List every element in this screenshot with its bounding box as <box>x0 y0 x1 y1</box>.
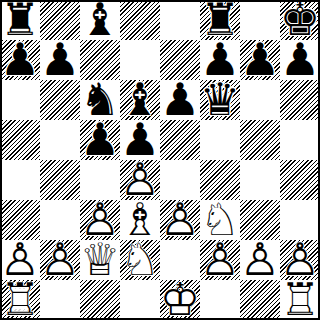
white-pawn[interactable]: ♟♙ <box>80 200 120 240</box>
square-b1[interactable] <box>40 280 80 320</box>
black-knight[interactable]: ♞ <box>80 80 120 120</box>
square-d7[interactable] <box>120 40 160 80</box>
square-c3[interactable]: ♟♙ <box>80 200 120 240</box>
black-pawn[interactable]: ♟ <box>280 40 320 80</box>
square-b2[interactable]: ♟♙ <box>40 240 80 280</box>
black-pawn-glyph: ♟ <box>120 117 160 162</box>
black-pawn[interactable]: ♟ <box>40 40 80 80</box>
black-king[interactable]: ♚ <box>280 0 320 40</box>
white-queen-fill: ♛ <box>80 237 120 282</box>
white-pawn-glyph: ♙ <box>40 237 80 282</box>
white-rook[interactable]: ♜♖ <box>280 280 320 320</box>
black-queen[interactable]: ♛ <box>200 80 240 120</box>
square-b6[interactable] <box>40 80 80 120</box>
square-g2[interactable]: ♟♙ <box>240 240 280 280</box>
black-bishop[interactable]: ♝ <box>120 80 160 120</box>
chess-diagram: ♜♝♜♚♟♟♟♟♟♞♝♟♛♟♟♟♙♟♙♝♗♟♙♞♘♟♙♟♙♛♕♞♘♟♙♟♙♟♙♜… <box>0 0 320 320</box>
square-c8[interactable]: ♝ <box>80 0 120 40</box>
white-pawn-glyph: ♙ <box>120 157 160 202</box>
white-pawn[interactable]: ♟♙ <box>40 240 80 280</box>
white-pawn-fill: ♟ <box>120 157 160 202</box>
white-pawn-fill: ♟ <box>240 237 280 282</box>
square-d6[interactable]: ♝ <box>120 80 160 120</box>
white-knight-fill: ♞ <box>200 197 240 242</box>
square-e5[interactable] <box>160 120 200 160</box>
square-b5[interactable] <box>40 120 80 160</box>
square-g8[interactable] <box>240 0 280 40</box>
black-queen-glyph: ♛ <box>200 77 240 122</box>
square-g4[interactable] <box>240 160 280 200</box>
square-d8[interactable] <box>120 0 160 40</box>
square-b4[interactable] <box>40 160 80 200</box>
black-pawn-glyph: ♟ <box>240 37 280 82</box>
black-pawn[interactable]: ♟ <box>80 120 120 160</box>
white-bishop-fill: ♝ <box>120 197 160 242</box>
square-e3[interactable]: ♟♙ <box>160 200 200 240</box>
white-pawn[interactable]: ♟♙ <box>280 240 320 280</box>
black-pawn-glyph: ♟ <box>280 37 320 82</box>
white-rook[interactable]: ♜♖ <box>0 280 40 320</box>
square-e8[interactable] <box>160 0 200 40</box>
square-b3[interactable] <box>40 200 80 240</box>
black-pawn-glyph: ♟ <box>0 37 40 82</box>
square-d1[interactable] <box>120 280 160 320</box>
white-rook-glyph: ♖ <box>0 277 40 320</box>
black-knight-glyph: ♞ <box>80 77 120 122</box>
white-knight-fill: ♞ <box>120 237 160 282</box>
black-bishop-glyph: ♝ <box>120 77 160 122</box>
white-knight[interactable]: ♞♘ <box>200 200 240 240</box>
black-pawn-glyph: ♟ <box>200 37 240 82</box>
square-b8[interactable] <box>40 0 80 40</box>
square-h4[interactable] <box>280 160 320 200</box>
square-e2[interactable] <box>160 240 200 280</box>
white-pawn[interactable]: ♟♙ <box>200 240 240 280</box>
square-g1[interactable] <box>240 280 280 320</box>
square-c7[interactable] <box>80 40 120 80</box>
square-d4[interactable]: ♟♙ <box>120 160 160 200</box>
square-h6[interactable] <box>280 80 320 120</box>
square-f5[interactable] <box>200 120 240 160</box>
square-e6[interactable]: ♟ <box>160 80 200 120</box>
black-bishop-glyph: ♝ <box>80 0 120 42</box>
square-c1[interactable] <box>80 280 120 320</box>
white-rook-glyph: ♖ <box>280 277 320 320</box>
white-pawn-fill: ♟ <box>200 237 240 282</box>
square-f7[interactable]: ♟ <box>200 40 240 80</box>
white-pawn-fill: ♟ <box>80 197 120 242</box>
white-pawn-glyph: ♙ <box>0 237 40 282</box>
white-knight-glyph: ♘ <box>120 237 160 282</box>
black-pawn-glyph: ♟ <box>160 77 200 122</box>
square-f1[interactable] <box>200 280 240 320</box>
square-f2[interactable]: ♟♙ <box>200 240 240 280</box>
black-pawn[interactable]: ♟ <box>120 120 160 160</box>
square-c6[interactable]: ♞ <box>80 80 120 120</box>
white-bishop[interactable]: ♝♗ <box>120 200 160 240</box>
square-h8[interactable]: ♚ <box>280 0 320 40</box>
black-pawn[interactable]: ♟ <box>200 40 240 80</box>
white-king[interactable]: ♚♔ <box>160 280 200 320</box>
square-f8[interactable]: ♜ <box>200 0 240 40</box>
square-h1[interactable]: ♜♖ <box>280 280 320 320</box>
black-rook[interactable]: ♜ <box>200 0 240 40</box>
white-pawn[interactable]: ♟♙ <box>120 160 160 200</box>
square-d5[interactable]: ♟ <box>120 120 160 160</box>
white-king-fill: ♚ <box>160 277 200 320</box>
black-rook-glyph: ♜ <box>200 0 240 42</box>
white-queen[interactable]: ♛♕ <box>80 240 120 280</box>
square-f4[interactable] <box>200 160 240 200</box>
square-d3[interactable]: ♝♗ <box>120 200 160 240</box>
square-h3[interactable] <box>280 200 320 240</box>
square-a5[interactable] <box>0 120 40 160</box>
white-queen-glyph: ♕ <box>80 237 120 282</box>
black-pawn-glyph: ♟ <box>40 37 80 82</box>
black-pawn[interactable]: ♟ <box>160 80 200 120</box>
square-e7[interactable] <box>160 40 200 80</box>
square-e4[interactable] <box>160 160 200 200</box>
white-pawn-fill: ♟ <box>0 237 40 282</box>
black-pawn[interactable]: ♟ <box>0 40 40 80</box>
white-pawn-glyph: ♙ <box>200 237 240 282</box>
square-a6[interactable] <box>0 80 40 120</box>
white-knight[interactable]: ♞♘ <box>120 240 160 280</box>
square-a7[interactable]: ♟ <box>0 40 40 80</box>
white-knight-glyph: ♘ <box>200 197 240 242</box>
white-pawn-fill: ♟ <box>280 237 320 282</box>
square-c2[interactable]: ♛♕ <box>80 240 120 280</box>
square-h2[interactable]: ♟♙ <box>280 240 320 280</box>
white-pawn[interactable]: ♟♙ <box>160 200 200 240</box>
white-pawn-glyph: ♙ <box>80 197 120 242</box>
black-bishop[interactable]: ♝ <box>80 0 120 40</box>
square-f3[interactable]: ♞♘ <box>200 200 240 240</box>
square-c5[interactable]: ♟ <box>80 120 120 160</box>
white-pawn-fill: ♟ <box>40 237 80 282</box>
black-pawn-glyph: ♟ <box>80 117 120 162</box>
square-b7[interactable]: ♟ <box>40 40 80 80</box>
square-d2[interactable]: ♞♘ <box>120 240 160 280</box>
white-rook-fill: ♜ <box>280 277 320 320</box>
black-king-glyph: ♚ <box>280 0 320 42</box>
square-a4[interactable] <box>0 160 40 200</box>
white-king-glyph: ♔ <box>160 277 200 320</box>
square-a3[interactable] <box>0 200 40 240</box>
square-a8[interactable]: ♜ <box>0 0 40 40</box>
white-bishop-glyph: ♗ <box>120 197 160 242</box>
white-pawn-fill: ♟ <box>160 197 200 242</box>
square-g6[interactable] <box>240 80 280 120</box>
square-g7[interactable]: ♟ <box>240 40 280 80</box>
square-g3[interactable] <box>240 200 280 240</box>
black-pawn[interactable]: ♟ <box>240 40 280 80</box>
square-a2[interactable]: ♟♙ <box>0 240 40 280</box>
white-pawn[interactable]: ♟♙ <box>0 240 40 280</box>
square-f6[interactable]: ♛ <box>200 80 240 120</box>
black-rook[interactable]: ♜ <box>0 0 40 40</box>
white-pawn-glyph: ♙ <box>240 237 280 282</box>
white-pawn-glyph: ♙ <box>160 197 200 242</box>
square-e1[interactable]: ♚♔ <box>160 280 200 320</box>
square-h5[interactable] <box>280 120 320 160</box>
white-rook-fill: ♜ <box>0 277 40 320</box>
square-h7[interactable]: ♟ <box>280 40 320 80</box>
white-pawn[interactable]: ♟♙ <box>240 240 280 280</box>
black-rook-glyph: ♜ <box>0 0 40 42</box>
square-a1[interactable]: ♜♖ <box>0 280 40 320</box>
chess-board: ♜♝♜♚♟♟♟♟♟♞♝♟♛♟♟♟♙♟♙♝♗♟♙♞♘♟♙♟♙♛♕♞♘♟♙♟♙♟♙♜… <box>0 0 320 320</box>
square-g5[interactable] <box>240 120 280 160</box>
square-c4[interactable] <box>80 160 120 200</box>
white-pawn-glyph: ♙ <box>280 237 320 282</box>
